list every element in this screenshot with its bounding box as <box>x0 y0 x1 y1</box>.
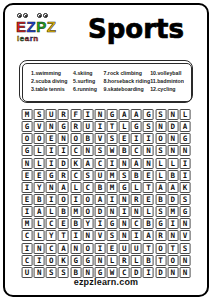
grid-cell: C <box>22 255 33 266</box>
grid-cell: S <box>107 230 118 241</box>
grid-cell: B <box>34 194 45 205</box>
grid-cell: I <box>58 145 69 156</box>
grid-cell: I <box>167 218 178 229</box>
grid-cell: M <box>107 182 118 193</box>
grid-cell: N <box>143 145 154 156</box>
grid-cell: D <box>58 158 69 169</box>
grid-cell: E <box>46 133 57 144</box>
grid-cell: L <box>179 109 190 120</box>
grid-cell: R <box>70 121 81 132</box>
grid-cell: E <box>34 170 45 181</box>
grid-cell: T <box>107 121 118 132</box>
grid-cell: T <box>143 182 154 193</box>
word-list-item: 2.scuba diving <box>31 77 73 85</box>
grid-cell: R <box>119 255 130 266</box>
grid-cell: O <box>82 243 93 254</box>
grid-cell: A <box>34 206 45 217</box>
grid-cell: S <box>143 121 154 132</box>
grid-cell: A <box>82 158 93 169</box>
grid-cell: A <box>119 109 130 120</box>
grid-cell: G <box>46 170 57 181</box>
grid-cell: I <box>46 158 57 169</box>
grid-cell: G <box>179 133 190 144</box>
grid-cell: W <box>107 145 118 156</box>
grid-cell: A <box>179 121 190 132</box>
grid-cell: E <box>107 243 118 254</box>
page-frame: EZPZ learn Sports 1.swimming 2.scuba div… <box>3 3 209 297</box>
grid-cell: N <box>94 255 105 266</box>
grid-cell: N <box>131 206 142 217</box>
grid-cell: B <box>58 206 69 217</box>
grid-cell: I <box>22 182 33 193</box>
footer-url: ezpzlearn.com <box>5 277 207 287</box>
grid-cell: N <box>167 133 178 144</box>
grid-cell: K <box>179 182 190 193</box>
grid-cell: V <box>94 133 105 144</box>
grid-cell: K <box>70 158 81 169</box>
grid-cell: S <box>155 145 166 156</box>
grid-cell: N <box>167 145 178 156</box>
grid-cell: G <box>82 255 93 266</box>
grid-cell: O <box>46 255 57 266</box>
grid-cell: B <box>167 170 178 181</box>
grid-cell: O <box>82 194 93 205</box>
grid-cell: L <box>155 158 166 169</box>
grid-cell: D <box>167 194 178 205</box>
grid-cell: T <box>155 255 166 266</box>
grid-cell: G <box>155 218 166 229</box>
grid-cell: I <box>22 206 33 217</box>
grid-cell: C <box>22 230 33 241</box>
grid-cell: V <box>179 230 190 241</box>
grid-cell: U <box>94 170 105 181</box>
grid-cell: I <box>34 255 45 266</box>
word-list-item: 5.surfing <box>73 77 103 85</box>
grid-cell: G <box>107 218 118 229</box>
grid-cell: V <box>94 230 105 241</box>
grid-cell: S <box>155 109 166 120</box>
grid-cell: U <box>119 243 130 254</box>
word-list-item: 8.horseback riding <box>103 77 150 85</box>
letter-grid: MSURFINGAAGSNLGVNGRUITLGSNDAOOENOBVSEIIO… <box>22 109 191 278</box>
grid-cell: L <box>155 170 166 181</box>
grid-cell: C <box>131 145 142 156</box>
grid-cell: C <box>70 170 81 181</box>
grid-cell: I <box>82 109 93 120</box>
grid-cell: D <box>167 121 178 132</box>
grid-cell: L <box>70 182 81 193</box>
grid-cell: E <box>143 194 154 205</box>
grid-cell: N <box>46 182 57 193</box>
grid-cell: S <box>155 206 166 217</box>
grid-cell: G <box>119 182 130 193</box>
grid-cell: N <box>179 145 190 156</box>
grid-cell: R <box>155 230 166 241</box>
grid-cell: M <box>22 109 33 120</box>
grid-cell: B <box>94 182 105 193</box>
grid-cell: I <box>70 194 81 205</box>
grid-cell: D <box>94 206 105 217</box>
grid-cell: N <box>46 121 57 132</box>
grid-cell: N <box>82 230 93 241</box>
grid-cell: L <box>34 145 45 156</box>
grid-cell: L <box>34 218 45 229</box>
word-list: 1.swimming 2.scuba diving 3.table tennis… <box>23 64 191 101</box>
grid-cell: I <box>107 194 118 205</box>
grid-cell: V <box>34 121 45 132</box>
grid-cell: B <box>119 145 130 156</box>
grid-cell: O <box>70 133 81 144</box>
grid-cell: N <box>179 255 190 266</box>
grid-cell: N <box>119 218 130 229</box>
grid-cell: E <box>22 194 33 205</box>
word-list-item: 10.volleyball <box>150 69 184 77</box>
grid-cell: S <box>34 109 45 120</box>
grid-cell: A <box>58 182 69 193</box>
grid-cell: O <box>58 194 69 205</box>
grid-cell: C <box>46 218 57 229</box>
grid-cell: I <box>107 158 118 169</box>
grid-cell: M <box>22 218 33 229</box>
word-list-box: 1.swimming 2.scuba diving 3.table tennis… <box>19 60 193 103</box>
grid-cell: T <box>167 243 178 254</box>
grid-cell: U <box>131 243 142 254</box>
ezpz-learn-logo: EZPZ learn <box>16 13 70 43</box>
grid-cell: B <box>143 255 154 266</box>
grid-cell: S <box>82 170 93 181</box>
grid-cell: I <box>94 121 105 132</box>
grid-cell: I <box>94 243 105 254</box>
grid-cell: E <box>22 170 33 181</box>
word-list-item: 3.table tennis <box>31 85 73 93</box>
grid-cell: T <box>58 230 69 241</box>
grid-cell: S <box>94 145 105 156</box>
grid-cell: N <box>119 158 130 169</box>
grid-cell: L <box>46 206 57 217</box>
grid-cell: O <box>82 206 93 217</box>
grid-cell: M <box>167 206 178 217</box>
grid-cell: R <box>58 170 69 181</box>
logo-sub-text: learn <box>17 35 70 43</box>
grid-cell: B <box>143 218 154 229</box>
word-list-item: 12.cycling <box>150 85 184 93</box>
grid-cell: N <box>167 109 178 120</box>
grid-cell: N <box>107 206 118 217</box>
grid-cell: I <box>46 145 57 156</box>
grid-cell: C <box>82 182 93 193</box>
grid-cell: A <box>58 243 69 254</box>
grid-cell: I <box>94 218 105 229</box>
grid-cell: I <box>143 133 154 144</box>
grid-cell: S <box>179 194 190 205</box>
grid-cell: G <box>22 121 33 132</box>
grid-cell: B <box>82 133 93 144</box>
grid-cell: T <box>143 243 154 254</box>
grid-cell: N <box>179 218 190 229</box>
word-list-item: 1.swimming <box>31 69 73 77</box>
grid-cell: F <box>70 109 81 120</box>
grid-cell: I <box>22 243 33 254</box>
grid-cell: A <box>167 182 178 193</box>
word-list-item: 4.skiing <box>73 69 103 77</box>
word-list-item: 6.running <box>73 85 103 93</box>
grid-cell: B <box>131 170 142 181</box>
grid-cell: A <box>131 158 142 169</box>
grid-cell: L <box>34 158 45 169</box>
word-list-item: 9.skateboarding <box>103 85 150 93</box>
grid-cell: O <box>155 243 166 254</box>
grid-cell: O <box>34 133 45 144</box>
grid-cell: C <box>46 243 57 254</box>
grid-cell: N <box>82 145 93 156</box>
grid-cell: S <box>107 133 118 144</box>
grid-cell: L <box>34 230 45 241</box>
grid-cell: G <box>179 206 190 217</box>
grid-cell: Y <box>46 230 57 241</box>
grid-cell: I <box>46 194 57 205</box>
grid-cell: L <box>143 206 154 217</box>
grid-cell: E <box>143 170 154 181</box>
grid-cell: L <box>131 255 142 266</box>
grid-cell: I <box>119 206 130 217</box>
grid-cell: N <box>155 121 166 132</box>
grid-cell: N <box>34 243 45 254</box>
grid-cell: I <box>131 133 142 144</box>
grid-cell: K <box>58 255 69 266</box>
grid-cell: L <box>131 182 142 193</box>
grid-cell: L <box>167 158 178 169</box>
grid-cell: N <box>22 158 33 169</box>
grid-cell: O <box>22 133 33 144</box>
grid-cell: G <box>131 121 142 132</box>
grid-cell: G <box>143 109 154 120</box>
grid-cell: N <box>94 109 105 120</box>
grid-cell: I <box>179 170 190 181</box>
grid-cell: A <box>131 109 142 120</box>
grid-cell: U <box>82 121 93 132</box>
grid-cell: G <box>70 255 81 266</box>
grid-cell: C <box>94 158 105 169</box>
grid-cell: A <box>94 194 105 205</box>
grid-cell: N <box>70 243 81 254</box>
grid-cell: I <box>131 230 142 241</box>
grid-cell: M <box>70 206 81 217</box>
grid-cell: S <box>119 170 130 181</box>
grid-cell: B <box>155 194 166 205</box>
grid-cell: M <box>107 170 118 181</box>
grid-cell: R <box>131 194 142 205</box>
grid-cell: O <box>155 133 166 144</box>
word-list-item: 11.badminton <box>150 77 184 85</box>
grid-cell: B <box>70 218 81 229</box>
grid-cell: N <box>58 133 69 144</box>
grid-cell: G <box>107 109 118 120</box>
grid-cell: S <box>179 243 190 254</box>
grid-cell: A <box>143 230 154 241</box>
page-title: Sports <box>67 14 205 44</box>
grid-cell: E <box>58 218 69 229</box>
grid-cell: C <box>70 145 81 156</box>
grid-cell: N <box>143 158 154 169</box>
grid-cell: O <box>167 255 178 266</box>
logo-main-text: EZPZ <box>16 19 70 34</box>
grid-cell: N <box>119 230 130 241</box>
grid-cell: A <box>155 182 166 193</box>
word-list-item: 7.rock climbing <box>103 69 150 77</box>
grid-cell: C <box>131 218 142 229</box>
grid-cell: N <box>119 194 130 205</box>
grid-cell: G <box>22 145 33 156</box>
grid-cell: N <box>167 230 178 241</box>
grid-cell: L <box>119 121 130 132</box>
grid-cell: L <box>107 255 118 266</box>
grid-cell: E <box>119 133 130 144</box>
grid-cell: I <box>179 158 190 169</box>
grid-cell: G <box>58 121 69 132</box>
grid-cell: U <box>46 109 57 120</box>
grid-cell: Y <box>34 182 45 193</box>
grid-cell: I <box>70 230 81 241</box>
grid-cell: R <box>58 109 69 120</box>
grid-cell: Y <box>82 218 93 229</box>
